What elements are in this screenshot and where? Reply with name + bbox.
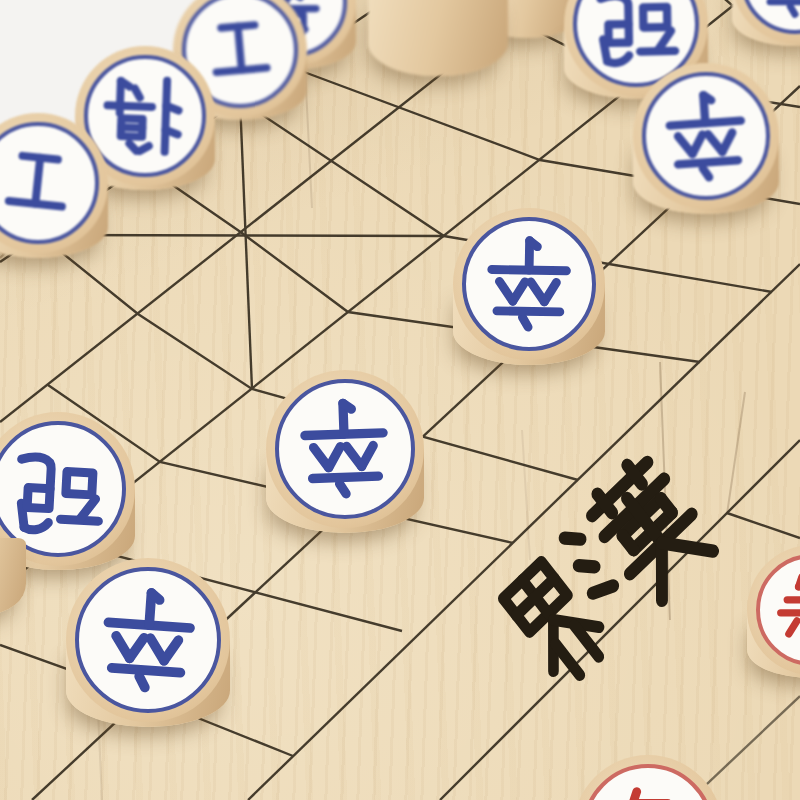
black-soldier-f5[interactable]: [453, 208, 605, 368]
piece-wood-side: [368, 0, 508, 76]
black-piece-f9r2-partial[interactable]: [732, 0, 800, 49]
black-horse-f8[interactable]: [368, 0, 508, 76]
red-soldier-right[interactable]: [747, 545, 800, 681]
piece-face-兵: [582, 764, 714, 800]
piece-face-卒: [275, 379, 415, 519]
piece-face-卒: [741, 0, 800, 34]
piece-face-士: [0, 122, 99, 244]
xiangqi-board-photo: [0, 0, 800, 800]
red-soldier-bottom[interactable]: [573, 755, 723, 800]
piece-face-砲: [0, 421, 126, 557]
piece-face-卒: [75, 567, 221, 713]
black-soldier-f3[interactable]: [266, 370, 424, 537]
piece-face-卒: [642, 72, 770, 200]
black-soldier-f7[interactable]: [633, 63, 779, 217]
piece-wood-side: [0, 538, 26, 614]
piece-face-兵: [756, 554, 800, 666]
left-edge-piece-partial[interactable]: [0, 538, 26, 614]
black-soldier-f1[interactable]: [66, 558, 230, 731]
piece-face-卒: [462, 217, 596, 351]
black-advisor-f4[interactable]: [0, 113, 108, 261]
